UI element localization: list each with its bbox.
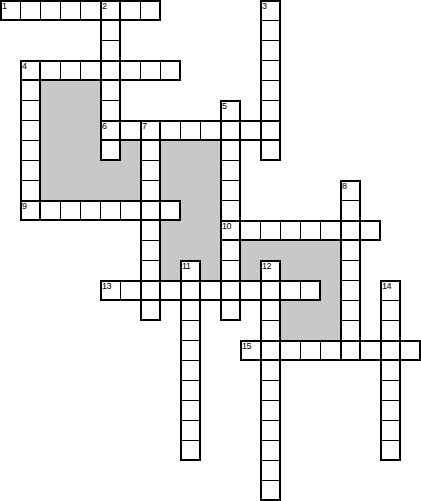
answer-cell-c17-r11[interactable] <box>340 220 361 241</box>
answer-cell-c9-r13[interactable] <box>180 260 201 281</box>
shaded-block <box>40 120 60 140</box>
answer-cell-c13-r23[interactable] <box>260 460 281 481</box>
answer-cell-c12-r17[interactable] <box>240 340 261 361</box>
answer-cell-c17-r12[interactable] <box>340 240 361 261</box>
shaded-block <box>300 240 320 260</box>
answer-cell-c1-r7[interactable] <box>20 140 41 161</box>
shaded-block <box>200 240 220 260</box>
shaded-block <box>80 120 100 140</box>
answer-cell-c7-r12[interactable] <box>140 240 161 261</box>
answer-cell-c7-r10[interactable] <box>140 200 161 221</box>
shaded-block <box>40 140 60 160</box>
answer-cell-c19-r14[interactable] <box>380 280 401 301</box>
shaded-block <box>280 240 300 260</box>
answer-cell-c9-r17[interactable] <box>180 340 201 361</box>
answer-cell-c1-r5[interactable] <box>20 100 41 121</box>
answer-cell-c7-r15[interactable] <box>140 300 161 321</box>
answer-cell-c1-r9[interactable] <box>20 180 41 201</box>
answer-cell-c13-r6[interactable] <box>260 120 281 141</box>
shaded-block <box>160 260 180 280</box>
answer-cell-c16-r17[interactable] <box>320 340 341 361</box>
answer-cell-c19-r22[interactable] <box>380 440 401 461</box>
answer-cell-c15-r11[interactable] <box>300 220 321 241</box>
shaded-block <box>60 80 80 100</box>
answer-cell-c10-r14[interactable] <box>200 280 221 301</box>
shaded-block <box>200 160 220 180</box>
shaded-block <box>180 160 200 180</box>
answer-cell-c9-r20[interactable] <box>180 400 201 421</box>
crossword-page: 123456789101112131415 <box>0 0 421 501</box>
answer-cell-c5-r0[interactable] <box>100 0 121 21</box>
answer-cell-c6-r0[interactable] <box>120 0 141 21</box>
shaded-block <box>180 180 200 200</box>
shaded-block <box>120 180 140 200</box>
answer-cell-c19-r19[interactable] <box>380 380 401 401</box>
answer-cell-c4-r0[interactable] <box>80 0 101 21</box>
answer-cell-c1-r6[interactable] <box>20 120 41 141</box>
answer-cell-c7-r8[interactable] <box>140 160 161 181</box>
shaded-block <box>180 140 200 160</box>
answer-cell-c7-r13[interactable] <box>140 260 161 281</box>
answer-cell-c3-r3[interactable] <box>60 60 81 81</box>
answer-cell-c5-r1[interactable] <box>100 20 121 41</box>
answer-cell-c17-r16[interactable] <box>340 320 361 341</box>
answer-cell-c17-r17[interactable] <box>340 340 361 361</box>
shaded-block <box>320 320 340 340</box>
answer-cell-c13-r17[interactable] <box>260 340 281 361</box>
answer-cell-c13-r7[interactable] <box>260 140 281 161</box>
answer-cell-c2-r3[interactable] <box>40 60 61 81</box>
answer-cell-c10-r6[interactable] <box>200 120 221 141</box>
answer-cell-c11-r15[interactable] <box>220 300 241 321</box>
answer-cell-c9-r14[interactable] <box>180 280 201 301</box>
answer-cell-c17-r15[interactable] <box>340 300 361 321</box>
answer-cell-c5-r10[interactable] <box>100 200 121 221</box>
answer-cell-c1-r4[interactable] <box>20 80 41 101</box>
answer-cell-c12-r11[interactable] <box>240 220 261 241</box>
answer-cell-c11-r6[interactable] <box>220 120 241 141</box>
answer-cell-c11-r14[interactable] <box>220 280 241 301</box>
shaded-block <box>80 80 100 100</box>
shaded-block <box>240 240 260 260</box>
shaded-block <box>200 200 220 220</box>
answer-cell-c11-r12[interactable] <box>220 240 241 261</box>
shaded-block <box>60 100 80 120</box>
answer-cell-c11-r11[interactable] <box>220 220 241 241</box>
shaded-block <box>200 260 220 280</box>
answer-cell-c13-r4[interactable] <box>260 80 281 101</box>
shaded-block <box>120 160 140 180</box>
shaded-block <box>80 160 100 180</box>
shaded-block <box>300 320 320 340</box>
answer-cell-c5-r3[interactable] <box>100 60 121 81</box>
answer-cell-c9-r18[interactable] <box>180 360 201 381</box>
shaded-block <box>200 140 220 160</box>
answer-cell-c11-r10[interactable] <box>220 200 241 221</box>
answer-cell-c9-r22[interactable] <box>180 440 201 461</box>
answer-cell-c18-r11[interactable] <box>360 220 381 241</box>
answer-cell-c9-r6[interactable] <box>180 120 201 141</box>
shaded-block <box>200 180 220 200</box>
answer-cell-c13-r19[interactable] <box>260 380 281 401</box>
answer-cell-c6-r10[interactable] <box>120 200 141 221</box>
answer-cell-c17-r14[interactable] <box>340 280 361 301</box>
shaded-block <box>160 220 180 240</box>
shaded-block <box>60 120 80 140</box>
answer-cell-c19-r21[interactable] <box>380 420 401 441</box>
answer-cell-c8-r14[interactable] <box>160 280 181 301</box>
answer-cell-c13-r1[interactable] <box>260 20 281 41</box>
shaded-block <box>300 300 320 320</box>
answer-cell-c1-r10[interactable] <box>20 200 41 221</box>
answer-cell-c5-r4[interactable] <box>100 80 121 101</box>
shaded-block <box>180 220 200 240</box>
answer-cell-c2-r10[interactable] <box>40 200 61 221</box>
answer-cell-c19-r17[interactable] <box>380 340 401 361</box>
shaded-block <box>280 260 300 280</box>
answer-cell-c11-r13[interactable] <box>220 260 241 281</box>
shaded-block <box>200 220 220 240</box>
shaded-block <box>80 100 100 120</box>
shaded-block <box>260 240 280 260</box>
shaded-block <box>160 240 180 260</box>
answer-cell-c9-r19[interactable] <box>180 380 201 401</box>
answer-cell-c17-r13[interactable] <box>340 260 361 281</box>
answer-cell-c5-r7[interactable] <box>100 140 121 161</box>
answer-cell-c0-r0[interactable] <box>0 0 21 21</box>
answer-cell-c13-r16[interactable] <box>260 320 281 341</box>
answer-cell-c11-r9[interactable] <box>220 180 241 201</box>
answer-cell-c4-r3[interactable] <box>80 60 101 81</box>
answer-cell-c7-r7[interactable] <box>140 140 161 161</box>
answer-cell-c11-r7[interactable] <box>220 140 241 161</box>
answer-cell-c1-r0[interactable] <box>20 0 41 21</box>
shaded-block <box>320 240 340 260</box>
answer-cell-c7-r11[interactable] <box>140 220 161 241</box>
shaded-block <box>280 300 300 320</box>
answer-cell-c18-r17[interactable] <box>360 340 381 361</box>
answer-cell-c16-r11[interactable] <box>320 220 341 241</box>
shaded-block <box>320 280 340 300</box>
answer-cell-c12-r6[interactable] <box>240 120 261 141</box>
answer-cell-c6-r3[interactable] <box>120 60 141 81</box>
answer-cell-c8-r6[interactable] <box>160 120 181 141</box>
answer-cell-c5-r14[interactable] <box>100 280 121 301</box>
answer-cell-c13-r14[interactable] <box>260 280 281 301</box>
answer-cell-c7-r3[interactable] <box>140 60 161 81</box>
shaded-block <box>40 180 60 200</box>
answer-cell-c13-r20[interactable] <box>260 400 281 421</box>
answer-cell-c13-r0[interactable] <box>260 0 281 21</box>
answer-cell-c11-r5[interactable] <box>220 100 241 121</box>
answer-cell-c13-r2[interactable] <box>260 40 281 61</box>
answer-cell-c11-r8[interactable] <box>220 160 241 181</box>
answer-cell-c19-r16[interactable] <box>380 320 401 341</box>
answer-cell-c7-r0[interactable] <box>140 0 161 21</box>
answer-cell-c13-r22[interactable] <box>260 440 281 461</box>
shaded-block <box>100 180 120 200</box>
answer-cell-c9-r16[interactable] <box>180 320 201 341</box>
shaded-block <box>180 240 200 260</box>
answer-cell-c8-r10[interactable] <box>160 200 181 221</box>
answer-cell-c19-r15[interactable] <box>380 300 401 321</box>
answer-cell-c6-r14[interactable] <box>120 280 141 301</box>
answer-cell-c4-r10[interactable] <box>80 200 101 221</box>
answer-cell-c13-r3[interactable] <box>260 60 281 81</box>
shaded-block <box>60 140 80 160</box>
shaded-block <box>40 80 60 100</box>
answer-cell-c14-r14[interactable] <box>280 280 301 301</box>
answer-cell-c13-r13[interactable] <box>260 260 281 281</box>
answer-cell-c15-r14[interactable] <box>300 280 321 301</box>
answer-cell-c13-r18[interactable] <box>260 360 281 381</box>
shaded-block <box>120 140 140 160</box>
shaded-block <box>60 160 80 180</box>
shaded-block <box>40 160 60 180</box>
answer-cell-c7-r6[interactable] <box>140 120 161 141</box>
answer-cell-c5-r2[interactable] <box>100 40 121 61</box>
shaded-block <box>240 260 260 280</box>
answer-cell-c5-r5[interactable] <box>100 100 121 121</box>
answer-cell-c19-r18[interactable] <box>380 360 401 381</box>
answer-cell-c13-r11[interactable] <box>260 220 281 241</box>
shaded-block <box>280 320 300 340</box>
answer-cell-c3-r0[interactable] <box>60 0 81 21</box>
answer-cell-c9-r21[interactable] <box>180 420 201 441</box>
answer-cell-c9-r15[interactable] <box>180 300 201 321</box>
shaded-block <box>320 260 340 280</box>
shaded-block <box>100 160 120 180</box>
shaded-block <box>40 100 60 120</box>
answer-cell-c14-r11[interactable] <box>280 220 301 241</box>
crossword-grid: 123456789101112131415 <box>0 0 421 501</box>
shaded-block <box>320 300 340 320</box>
answer-cell-c7-r9[interactable] <box>140 180 161 201</box>
shaded-block <box>160 160 180 180</box>
shaded-block <box>80 140 100 160</box>
answer-cell-c6-r6[interactable] <box>120 120 141 141</box>
answer-cell-c20-r17[interactable] <box>400 340 421 361</box>
shaded-block <box>160 180 180 200</box>
answer-cell-c14-r17[interactable] <box>280 340 301 361</box>
answer-cell-c5-r6[interactable] <box>100 120 121 141</box>
answer-cell-c1-r3[interactable] <box>20 60 41 81</box>
answer-cell-c7-r14[interactable] <box>140 280 161 301</box>
answer-cell-c13-r15[interactable] <box>260 300 281 321</box>
answer-cell-c12-r14[interactable] <box>240 280 261 301</box>
shaded-block <box>60 180 80 200</box>
answer-cell-c17-r10[interactable] <box>340 200 361 221</box>
answer-cell-c13-r5[interactable] <box>260 100 281 121</box>
answer-cell-c19-r20[interactable] <box>380 400 401 421</box>
shaded-block <box>180 200 200 220</box>
answer-cell-c2-r0[interactable] <box>40 0 61 21</box>
answer-cell-c3-r10[interactable] <box>60 200 81 221</box>
shaded-block <box>80 180 100 200</box>
answer-cell-c13-r24[interactable] <box>260 480 281 501</box>
answer-cell-c8-r3[interactable] <box>160 60 181 81</box>
shaded-block <box>160 140 180 160</box>
answer-cell-c13-r21[interactable] <box>260 420 281 441</box>
answer-cell-c17-r9[interactable] <box>340 180 361 201</box>
answer-cell-c15-r17[interactable] <box>300 340 321 361</box>
shaded-block <box>300 260 320 280</box>
answer-cell-c1-r8[interactable] <box>20 160 41 181</box>
